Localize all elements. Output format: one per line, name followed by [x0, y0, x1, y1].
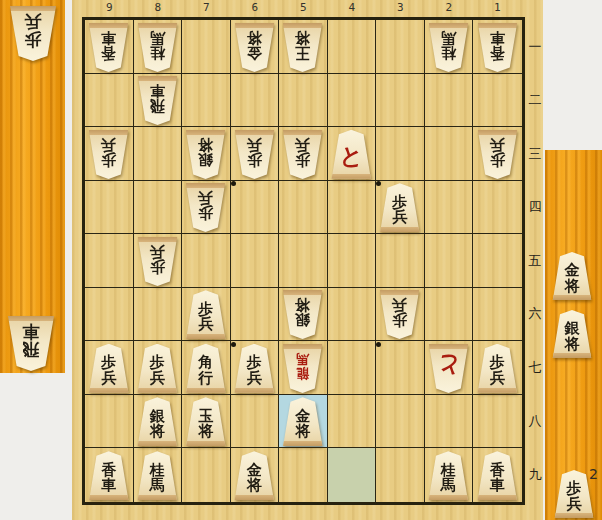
piece-kanji: 飛	[150, 98, 165, 114]
piece-kanji: 兵	[247, 136, 262, 152]
piece-pawn-gote[interactable]: 歩兵	[137, 237, 178, 286]
piece-kanji: 銀	[198, 152, 213, 168]
piece-knight-sente[interactable]: 桂馬	[428, 451, 469, 500]
file-label-5: 5	[279, 1, 328, 15]
piece-kanji: 歩	[295, 152, 310, 168]
piece-kanji: 将	[247, 478, 262, 494]
piece-kanji: 車	[23, 323, 40, 341]
hand-slot-pawn-sente: 歩兵	[554, 470, 594, 518]
piece-pawn-sente[interactable]: 歩兵	[379, 183, 420, 232]
square-8f[interactable]	[134, 288, 183, 342]
square-7d[interactable]: 歩兵	[182, 181, 231, 235]
square-4d[interactable]	[328, 181, 377, 235]
file-label-2: 2	[425, 1, 474, 15]
piece-kanji: 兵	[101, 136, 116, 152]
piece-gold-gote[interactable]: 金将	[234, 23, 275, 72]
square-5g[interactable]: 龍馬	[279, 341, 328, 395]
square-3i[interactable]	[376, 448, 425, 502]
square-3f[interactable]: 歩兵	[376, 288, 425, 342]
piece-king-sente[interactable]: 玉将	[185, 397, 226, 446]
square-2b[interactable]	[425, 74, 474, 128]
piece-kanji: 歩	[247, 152, 262, 168]
square-6d[interactable]	[231, 181, 280, 235]
piece-kanji: 桂	[150, 45, 165, 61]
file-label-3: 3	[376, 1, 425, 15]
piece-kanji: 兵	[150, 371, 165, 387]
square-3e[interactable]	[376, 234, 425, 288]
piece-kanji: 香	[490, 45, 505, 61]
piece-kanji: 龍	[296, 366, 309, 380]
piece-kanji: 将	[565, 279, 580, 295]
square-9a[interactable]: 香車	[85, 20, 134, 74]
piece-pawn-gote[interactable]: 歩兵	[9, 6, 57, 61]
file-label-6: 6	[231, 1, 280, 15]
piece-kanji: 兵	[101, 371, 116, 387]
piece-pawn-sente[interactable]: 歩兵	[137, 344, 178, 393]
square-4f[interactable]	[328, 288, 377, 342]
square-6b[interactable]	[231, 74, 280, 128]
square-5d[interactable]	[279, 181, 328, 235]
piece-kanji: 兵	[198, 317, 213, 333]
square-3c[interactable]	[376, 127, 425, 181]
rank-label-8: 八	[526, 395, 544, 449]
piece-pawn-sente[interactable]: 歩兵	[477, 344, 518, 393]
square-7g[interactable]: 角行	[182, 341, 231, 395]
piece-gold-sente[interactable]: 金将	[552, 252, 592, 300]
piece-pawn-sente[interactable]: 歩兵	[88, 344, 129, 393]
square-9e[interactable]	[85, 234, 134, 288]
gote-hand-stand: 歩兵飛車	[0, 0, 65, 373]
shogi-board-screen: 歩兵飛車 987654321 香車桂馬金将王将桂馬香車飛車歩兵銀将歩兵歩兵と歩兵…	[0, 0, 602, 520]
square-8g[interactable]: 歩兵	[134, 341, 183, 395]
square-7a[interactable]	[182, 20, 231, 74]
hand-slot-gold-sente: 金将	[552, 252, 592, 300]
square-4c[interactable]: と	[328, 127, 377, 181]
piece-kanji: 兵	[247, 371, 262, 387]
piece-rook-gote[interactable]: 飛車	[7, 316, 55, 371]
square-8d[interactable]	[134, 181, 183, 235]
piece-kanji: 兵	[150, 243, 165, 259]
piece-lance-sente[interactable]: 香車	[88, 451, 129, 500]
file-label-9: 9	[85, 1, 134, 15]
hoshi-dot	[376, 342, 381, 347]
piece-kanji: 銀	[295, 312, 310, 328]
piece-kanji: 車	[101, 478, 116, 494]
piece-kanji: 金	[247, 45, 262, 61]
rank-label-4: 四	[526, 181, 544, 235]
square-8b[interactable]: 飛車	[134, 74, 183, 128]
square-5b[interactable]	[279, 74, 328, 128]
piece-kanji: 将	[565, 337, 580, 353]
piece-kanji: 馬	[441, 29, 456, 45]
square-1i[interactable]: 香車	[473, 448, 522, 502]
piece-kanji: 歩	[150, 259, 165, 275]
hand-count-pawn-sente: 2	[589, 466, 598, 482]
square-4b[interactable]	[328, 74, 377, 128]
board-background: 987654321 香車桂馬金将王将桂馬香車飛車歩兵銀将歩兵歩兵と歩兵歩兵歩兵歩…	[72, 0, 543, 520]
file-label-4: 4	[328, 1, 377, 15]
rank-label-9: 九	[526, 448, 544, 502]
square-3g[interactable]	[376, 341, 425, 395]
piece-bishop-sente[interactable]: 角行	[185, 344, 226, 393]
square-4g[interactable]	[328, 341, 377, 395]
piece-kanji: 馬	[150, 478, 165, 494]
piece-kanji: 兵	[567, 497, 582, 513]
square-2e[interactable]	[425, 234, 474, 288]
square-9f[interactable]	[85, 288, 134, 342]
piece-kanji: 歩	[490, 152, 505, 168]
square-6f[interactable]	[231, 288, 280, 342]
square-4i[interactable]	[328, 448, 377, 502]
square-6i[interactable]: 金将	[231, 448, 280, 502]
piece-lance-sente[interactable]: 香車	[477, 451, 518, 500]
rank-label-7: 七	[526, 341, 544, 395]
rank-label-3: 三	[526, 127, 544, 181]
hoshi-dot	[376, 181, 381, 186]
sente-hand-stand: 金将銀将歩兵2	[545, 150, 602, 520]
square-1d[interactable]	[473, 181, 522, 235]
piece-kanji: 歩	[198, 205, 213, 221]
piece-kanji: 桂	[441, 45, 456, 61]
square-6e[interactable]	[231, 234, 280, 288]
piece-pawn-gote[interactable]: 歩兵	[234, 130, 275, 179]
square-7i[interactable]	[182, 448, 231, 502]
rank-labels: 一二三四五六七八九	[526, 20, 544, 502]
square-3d[interactable]: 歩兵	[376, 181, 425, 235]
square-1c[interactable]: 歩兵	[473, 127, 522, 181]
piece-pawn-gote[interactable]: 歩兵	[379, 290, 420, 339]
file-label-1: 1	[473, 1, 522, 15]
piece-kanji: 馬	[441, 478, 456, 494]
square-1f[interactable]	[473, 288, 522, 342]
hand-slot-silver-sente: 銀将	[552, 310, 592, 358]
square-2d[interactable]	[425, 181, 474, 235]
square-2a[interactable]: 桂馬	[425, 20, 474, 74]
piece-kanji: 車	[101, 29, 116, 45]
piece-silver-gote[interactable]: 銀将	[185, 130, 226, 179]
piece-kanji: 兵	[198, 190, 213, 206]
piece-kanji: 将	[295, 297, 310, 313]
rank-label-5: 五	[526, 234, 544, 288]
square-1e[interactable]	[473, 234, 522, 288]
square-8i[interactable]: 桂馬	[134, 448, 183, 502]
piece-kanji: 歩	[392, 312, 407, 328]
square-5h[interactable]: 金将	[279, 395, 328, 449]
piece-kanji: 兵	[295, 136, 310, 152]
piece-kanji: 将	[295, 424, 310, 440]
square-7c[interactable]: 銀将	[182, 127, 231, 181]
square-1a[interactable]: 香車	[473, 20, 522, 74]
hoshi-dot	[231, 181, 236, 186]
square-2i[interactable]: 桂馬	[425, 448, 474, 502]
rank-label-1: 一	[526, 20, 544, 74]
piece-tokin-gote[interactable]: と	[428, 344, 469, 393]
piece-kanji: 香	[101, 45, 116, 61]
piece-king-gote[interactable]: 王将	[282, 23, 323, 72]
piece-tokin-sente[interactable]: と	[331, 130, 372, 179]
square-5c[interactable]: 歩兵	[279, 127, 328, 181]
piece-kanji: 馬	[296, 352, 309, 366]
piece-rook-gote[interactable]: 飛車	[137, 76, 178, 125]
file-label-8: 8	[134, 1, 183, 15]
piece-silver-gote[interactable]: 銀将	[282, 290, 323, 339]
square-9c[interactable]: 歩兵	[85, 127, 134, 181]
piece-kanji: 飛	[23, 341, 40, 359]
piece-pawn-sente[interactable]: 歩兵	[234, 344, 275, 393]
square-9b[interactable]	[85, 74, 134, 128]
piece-kanji: 将	[150, 424, 165, 440]
piece-kanji: 将	[198, 136, 213, 152]
piece-pawn-sente[interactable]: 歩兵	[185, 290, 226, 339]
piece-kanji: 行	[198, 371, 213, 387]
square-1h[interactable]	[473, 395, 522, 449]
square-9h[interactable]	[85, 395, 134, 449]
piece-kanji: 将	[295, 29, 310, 45]
piece-pawn-gote[interactable]: 歩兵	[282, 130, 323, 179]
hand-slot-rook-gote: 飛車	[7, 316, 55, 371]
piece-kanji: 車	[490, 478, 505, 494]
piece-kanji: 歩	[25, 31, 42, 49]
hand-slot-pawn-gote: 歩兵	[9, 6, 57, 61]
file-label-7: 7	[182, 1, 231, 15]
square-5e[interactable]	[279, 234, 328, 288]
piece-gold-sente[interactable]: 金将	[234, 451, 275, 500]
square-3b[interactable]	[376, 74, 425, 128]
square-7f[interactable]: 歩兵	[182, 288, 231, 342]
piece-kanji: 兵	[25, 13, 42, 31]
square-1g[interactable]: 歩兵	[473, 341, 522, 395]
board-grid: 香車桂馬金将王将桂馬香車飛車歩兵銀将歩兵歩兵と歩兵歩兵歩兵歩兵歩兵銀将歩兵歩兵歩…	[82, 17, 525, 505]
square-4a[interactable]	[328, 20, 377, 74]
piece-pawn-gote[interactable]: 歩兵	[185, 183, 226, 232]
square-4h[interactable]	[328, 395, 377, 449]
square-7e[interactable]	[182, 234, 231, 288]
square-7h[interactable]: 玉将	[182, 395, 231, 449]
piece-kanji: 兵	[392, 297, 407, 313]
rank-label-6: 六	[526, 288, 544, 342]
square-8c[interactable]	[134, 127, 183, 181]
square-1b[interactable]	[473, 74, 522, 128]
square-8h[interactable]: 銀将	[134, 395, 183, 449]
piece-gold-sente[interactable]: 金将	[282, 397, 323, 446]
file-labels: 987654321	[85, 1, 522, 15]
piece-kanji: 将	[198, 424, 213, 440]
piece-pawn-gote[interactable]: 歩兵	[477, 130, 518, 179]
square-2h[interactable]	[425, 395, 474, 449]
hoshi-dot	[231, 342, 236, 347]
square-6a[interactable]: 金将	[231, 20, 280, 74]
piece-knight-gote[interactable]: 桂馬	[137, 23, 178, 72]
piece-kanji: 兵	[490, 136, 505, 152]
square-5a[interactable]: 王将	[279, 20, 328, 74]
piece-horse-gote[interactable]: 龍馬	[282, 344, 323, 393]
piece-kanji: 馬	[150, 29, 165, 45]
square-6g[interactable]: 歩兵	[231, 341, 280, 395]
piece-lance-gote[interactable]: 香車	[477, 23, 518, 72]
square-8a[interactable]: 桂馬	[134, 20, 183, 74]
piece-kanji: 兵	[392, 210, 407, 226]
square-9d[interactable]	[85, 181, 134, 235]
square-6h[interactable]	[231, 395, 280, 449]
square-5i[interactable]	[279, 448, 328, 502]
square-7b[interactable]	[182, 74, 231, 128]
piece-kanji: と	[436, 354, 460, 377]
piece-pawn-gote[interactable]: 歩兵	[88, 130, 129, 179]
square-2c[interactable]	[425, 127, 474, 181]
rank-label-2: 二	[526, 74, 544, 128]
square-2g[interactable]: と	[425, 341, 474, 395]
square-4e[interactable]	[328, 234, 377, 288]
piece-pawn-sente[interactable]: 歩兵	[554, 470, 594, 518]
square-8e[interactable]: 歩兵	[134, 234, 183, 288]
square-6c[interactable]: 歩兵	[231, 127, 280, 181]
piece-kanji: 車	[490, 29, 505, 45]
piece-kanji: 歩	[101, 152, 116, 168]
piece-kanji: 兵	[490, 371, 505, 387]
square-9g[interactable]: 歩兵	[85, 341, 134, 395]
square-3a[interactable]	[376, 20, 425, 74]
square-5f[interactable]: 銀将	[279, 288, 328, 342]
piece-knight-gote[interactable]: 桂馬	[428, 23, 469, 72]
square-9i[interactable]: 香車	[85, 448, 134, 502]
piece-silver-sente[interactable]: 銀将	[552, 310, 592, 358]
square-3h[interactable]	[376, 395, 425, 449]
piece-kanji: 将	[247, 29, 262, 45]
piece-kanji: 車	[150, 83, 165, 99]
piece-silver-sente[interactable]: 銀将	[137, 397, 178, 446]
square-2f[interactable]	[425, 288, 474, 342]
piece-kanji: 王	[295, 45, 310, 61]
piece-kanji: と	[339, 145, 363, 168]
piece-lance-gote[interactable]: 香車	[88, 23, 129, 72]
piece-knight-sente[interactable]: 桂馬	[137, 451, 178, 500]
